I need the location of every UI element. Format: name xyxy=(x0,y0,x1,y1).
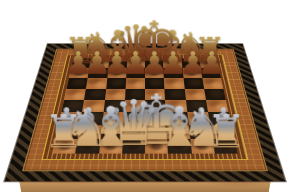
pieces-layer: ♜♞♝♛♚♝♞♜♟♟♟♟♟♟♟♟♟♟♟♟♟♟♟♟♜♞♝♛♚♝♞♜ xyxy=(52,58,238,153)
carved-zigzag-trim: ♜♞♝♛♚♝♞♜♟♟♟♟♟♟♟♟♟♟♟♟♟♟♟♟♜♞♝♛♚♝♞♜ xyxy=(5,44,286,182)
chess-set-photo: ♜♞♝♛♚♝♞♜♟♟♟♟♟♟♟♟♟♟♟♟♟♟♟♟♜♞♝♛♚♝♞♜ xyxy=(0,0,290,193)
piece-black-pawn-h7: ♟ xyxy=(200,68,221,78)
playing-field-wrap: ♜♞♝♛♚♝♞♜♟♟♟♟♟♟♟♟♟♟♟♟♟♟♟♟♜♞♝♛♚♝♞♜ xyxy=(52,58,238,153)
chess-board: ♜♞♝♛♚♝♞♜♟♟♟♟♟♟♟♟♟♟♟♟♟♟♟♟♜♞♝♛♚♝♞♜ xyxy=(5,44,286,182)
piece-glyph: ♟ xyxy=(198,48,226,77)
gold-greek-key-border: ♜♞♝♛♚♝♞♜♟♟♟♟♟♟♟♟♟♟♟♟♟♟♟♟♜♞♝♛♚♝♞♜ xyxy=(41,55,248,160)
piece-white-knight-g1: ♞ xyxy=(190,139,215,154)
piece-white-knight-b1: ♞ xyxy=(75,139,100,154)
leather-frame-border: ♜♞♝♛♚♝♞♜♟♟♟♟♟♟♟♟♟♟♟♟♟♟♟♟♜♞♝♛♚♝♞♜ xyxy=(22,49,268,172)
piece-glyph: ♞ xyxy=(64,104,110,153)
piece-glyph: ♞ xyxy=(180,104,226,153)
board-3d-scene: ♜♞♝♛♚♝♞♜♟♟♟♟♟♟♟♟♟♟♟♟♟♟♟♟♜♞♝♛♚♝♞♜ xyxy=(0,0,290,193)
